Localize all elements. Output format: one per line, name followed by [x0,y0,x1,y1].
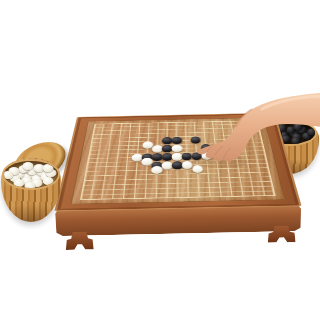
go-stone-white[interactable] [192,165,203,173]
go-board[interactable] [54,113,301,212]
white-pebble [24,182,35,188]
go-stone-black[interactable] [200,144,211,151]
white-pebble [42,164,53,172]
go-stone-black[interactable] [190,137,201,144]
white-pebble [13,179,24,187]
white-stones-pile [4,161,58,188]
go-stone-white[interactable] [151,166,162,174]
go-stone-white[interactable] [182,161,193,169]
go-stone-white[interactable] [172,145,182,152]
grid-area[interactable] [80,120,275,200]
board-surface[interactable] [70,117,285,204]
go-product-photo-scene [0,0,320,320]
white-pebble [23,162,34,170]
go-stone-white[interactable] [201,152,212,160]
stone-bowl-white [1,158,61,222]
stones-layer [80,120,275,200]
go-stone-black[interactable] [172,137,182,144]
